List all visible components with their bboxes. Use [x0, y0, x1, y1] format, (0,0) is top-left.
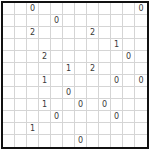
cell-r1c4[interactable]: [39, 3, 51, 15]
cell-r8c11[interactable]: [123, 87, 135, 99]
cell-r3c3: 2: [27, 27, 39, 39]
cell-r4c3[interactable]: [27, 39, 39, 51]
cell-r7c12: 0: [135, 75, 147, 87]
cell-r6c6: 1: [63, 63, 75, 75]
cell-r4c10: 1: [111, 39, 123, 51]
cell-r1c5[interactable]: [51, 3, 63, 15]
cell-r12c9[interactable]: [99, 135, 111, 147]
cell-r12c2[interactable]: [15, 135, 27, 147]
puzzle-board: 000221201210001000010: [1, 1, 149, 149]
cell-r8c6: 0: [63, 87, 75, 99]
cell-r7c7[interactable]: [75, 75, 87, 87]
cell-r3c2[interactable]: [15, 27, 27, 39]
cell-r11c11[interactable]: [123, 123, 135, 135]
cell-r1c7[interactable]: [75, 3, 87, 15]
cell-r2c1[interactable]: [3, 15, 15, 27]
cell-r7c3[interactable]: [27, 75, 39, 87]
cell-r10c4[interactable]: [39, 111, 51, 123]
cell-r7c8[interactable]: [87, 75, 99, 87]
cell-r6c3[interactable]: [27, 63, 39, 75]
cell-r4c12[interactable]: [135, 39, 147, 51]
cell-r12c8[interactable]: [87, 135, 99, 147]
cell-r10c10: 0: [111, 111, 123, 123]
cell-r4c6[interactable]: [63, 39, 75, 51]
cell-r7c1[interactable]: [3, 75, 15, 87]
cell-r9c3[interactable]: [27, 99, 39, 111]
cell-r3c5[interactable]: [51, 27, 63, 39]
cell-r5c12[interactable]: [135, 51, 147, 63]
cell-r3c6[interactable]: [63, 27, 75, 39]
cell-r10c5: 0: [51, 111, 63, 123]
cell-r9c7: 0: [75, 99, 87, 111]
cell-r8c8[interactable]: [87, 87, 99, 99]
cell-r10c7[interactable]: [75, 111, 87, 123]
cell-r5c1[interactable]: [3, 51, 15, 63]
cell-r9c8[interactable]: [87, 99, 99, 111]
cell-r11c4[interactable]: [39, 123, 51, 135]
cell-r4c11[interactable]: [123, 39, 135, 51]
cell-r7c9[interactable]: [99, 75, 111, 87]
cell-r2c2[interactable]: [15, 15, 27, 27]
cell-r1c3: 0: [27, 3, 39, 15]
cell-r4c4[interactable]: [39, 39, 51, 51]
cell-r2c3[interactable]: [27, 15, 39, 27]
cell-r2c4[interactable]: [39, 15, 51, 27]
cell-r11c1[interactable]: [3, 123, 15, 135]
cell-r3c10[interactable]: [111, 27, 123, 39]
cell-r6c11[interactable]: [123, 63, 135, 75]
cell-r9c6[interactable]: [63, 99, 75, 111]
cell-r8c4[interactable]: [39, 87, 51, 99]
cell-r5c7[interactable]: [75, 51, 87, 63]
cell-r3c4[interactable]: [39, 27, 51, 39]
cell-r4c5[interactable]: [51, 39, 63, 51]
cell-r8c3[interactable]: [27, 87, 39, 99]
cell-r8c10[interactable]: [111, 87, 123, 99]
cell-r9c1[interactable]: [3, 99, 15, 111]
cell-r7c11[interactable]: [123, 75, 135, 87]
cell-r11c5[interactable]: [51, 123, 63, 135]
cell-r1c10[interactable]: [111, 3, 123, 15]
cell-r11c3: 1: [27, 123, 39, 135]
cell-r5c3[interactable]: [27, 51, 39, 63]
cell-r3c8: 2: [87, 27, 99, 39]
cell-r1c9[interactable]: [99, 3, 111, 15]
cell-r4c8[interactable]: [87, 39, 99, 51]
cell-r1c12: 0: [135, 3, 147, 15]
cell-r9c12[interactable]: [135, 99, 147, 111]
cell-r8c7[interactable]: [75, 87, 87, 99]
cell-r6c1[interactable]: [3, 63, 15, 75]
cell-r9c2[interactable]: [15, 99, 27, 111]
cell-r6c5[interactable]: [51, 63, 63, 75]
cell-r4c1[interactable]: [3, 39, 15, 51]
cell-r9c11[interactable]: [123, 99, 135, 111]
cell-r3c1[interactable]: [3, 27, 15, 39]
cell-r2c6[interactable]: [63, 15, 75, 27]
cell-r12c1[interactable]: [3, 135, 15, 147]
cell-r8c9[interactable]: [99, 87, 111, 99]
cell-r11c6[interactable]: [63, 123, 75, 135]
cell-r8c12[interactable]: [135, 87, 147, 99]
cell-r1c11[interactable]: [123, 3, 135, 15]
cell-r5c10[interactable]: [111, 51, 123, 63]
cell-r6c2[interactable]: [15, 63, 27, 75]
cell-r2c10[interactable]: [111, 15, 123, 27]
cell-r2c9[interactable]: [99, 15, 111, 27]
cell-r3c12[interactable]: [135, 27, 147, 39]
cell-r6c12[interactable]: [135, 63, 147, 75]
cell-r7c5[interactable]: [51, 75, 63, 87]
cell-r3c11[interactable]: [123, 27, 135, 39]
cell-r5c5[interactable]: [51, 51, 63, 63]
cell-r11c2[interactable]: [15, 123, 27, 135]
cell-r10c11[interactable]: [123, 111, 135, 123]
cell-r6c9[interactable]: [99, 63, 111, 75]
cell-r11c9[interactable]: [99, 123, 111, 135]
cell-r5c8[interactable]: [87, 51, 99, 63]
cell-r12c3[interactable]: [27, 135, 39, 147]
cell-r10c9[interactable]: [99, 111, 111, 123]
cell-r12c12[interactable]: [135, 135, 147, 147]
cell-r9c9: 0: [99, 99, 111, 111]
cell-r2c12[interactable]: [135, 15, 147, 27]
cell-r5c4: 2: [39, 51, 51, 63]
cell-r10c8[interactable]: [87, 111, 99, 123]
cell-r11c12[interactable]: [135, 123, 147, 135]
cell-r7c2[interactable]: [15, 75, 27, 87]
cell-r10c6[interactable]: [63, 111, 75, 123]
cell-r4c2[interactable]: [15, 39, 27, 51]
cell-r10c3[interactable]: [27, 111, 39, 123]
cell-r7c4: 1: [39, 75, 51, 87]
cell-r8c1[interactable]: [3, 87, 15, 99]
cell-r2c5: 0: [51, 15, 63, 27]
cell-r12c10[interactable]: [111, 135, 123, 147]
cell-r1c1[interactable]: [3, 3, 15, 15]
cell-r12c5[interactable]: [51, 135, 63, 147]
cell-r2c11[interactable]: [123, 15, 135, 27]
cell-r12c4[interactable]: [39, 135, 51, 147]
cell-r8c2[interactable]: [15, 87, 27, 99]
cell-r1c2[interactable]: [15, 3, 27, 15]
cell-r11c7[interactable]: [75, 123, 87, 135]
cell-r3c7[interactable]: [75, 27, 87, 39]
cell-r2c7[interactable]: [75, 15, 87, 27]
cell-r12c11[interactable]: [123, 135, 135, 147]
cell-r2c8[interactable]: [87, 15, 99, 27]
cell-r5c6[interactable]: [63, 51, 75, 63]
cell-r10c12[interactable]: [135, 111, 147, 123]
cell-r9c4: 1: [39, 99, 51, 111]
cell-r4c7[interactable]: [75, 39, 87, 51]
cell-r6c4[interactable]: [39, 63, 51, 75]
cell-r12c6[interactable]: [63, 135, 75, 147]
cell-r3c9[interactable]: [99, 27, 111, 39]
cell-r5c2[interactable]: [15, 51, 27, 63]
cell-r10c2[interactable]: [15, 111, 27, 123]
cell-r6c7[interactable]: [75, 63, 87, 75]
cell-r4c9[interactable]: [99, 39, 111, 51]
cell-r11c10[interactable]: [111, 123, 123, 135]
cell-r7c10: 0: [111, 75, 123, 87]
cell-r7c6[interactable]: [63, 75, 75, 87]
cell-r6c10[interactable]: [111, 63, 123, 75]
cell-r1c8[interactable]: [87, 3, 99, 15]
cell-r10c1[interactable]: [3, 111, 15, 123]
cell-r5c9[interactable]: [99, 51, 111, 63]
cell-r8c5[interactable]: [51, 87, 63, 99]
cell-r9c5[interactable]: [51, 99, 63, 111]
cell-r12c7: 0: [75, 135, 87, 147]
cell-r1c6[interactable]: [63, 3, 75, 15]
cell-r11c8[interactable]: [87, 123, 99, 135]
cell-r9c10[interactable]: [111, 99, 123, 111]
cell-r6c8: 2: [87, 63, 99, 75]
cell-r5c11: 0: [123, 51, 135, 63]
